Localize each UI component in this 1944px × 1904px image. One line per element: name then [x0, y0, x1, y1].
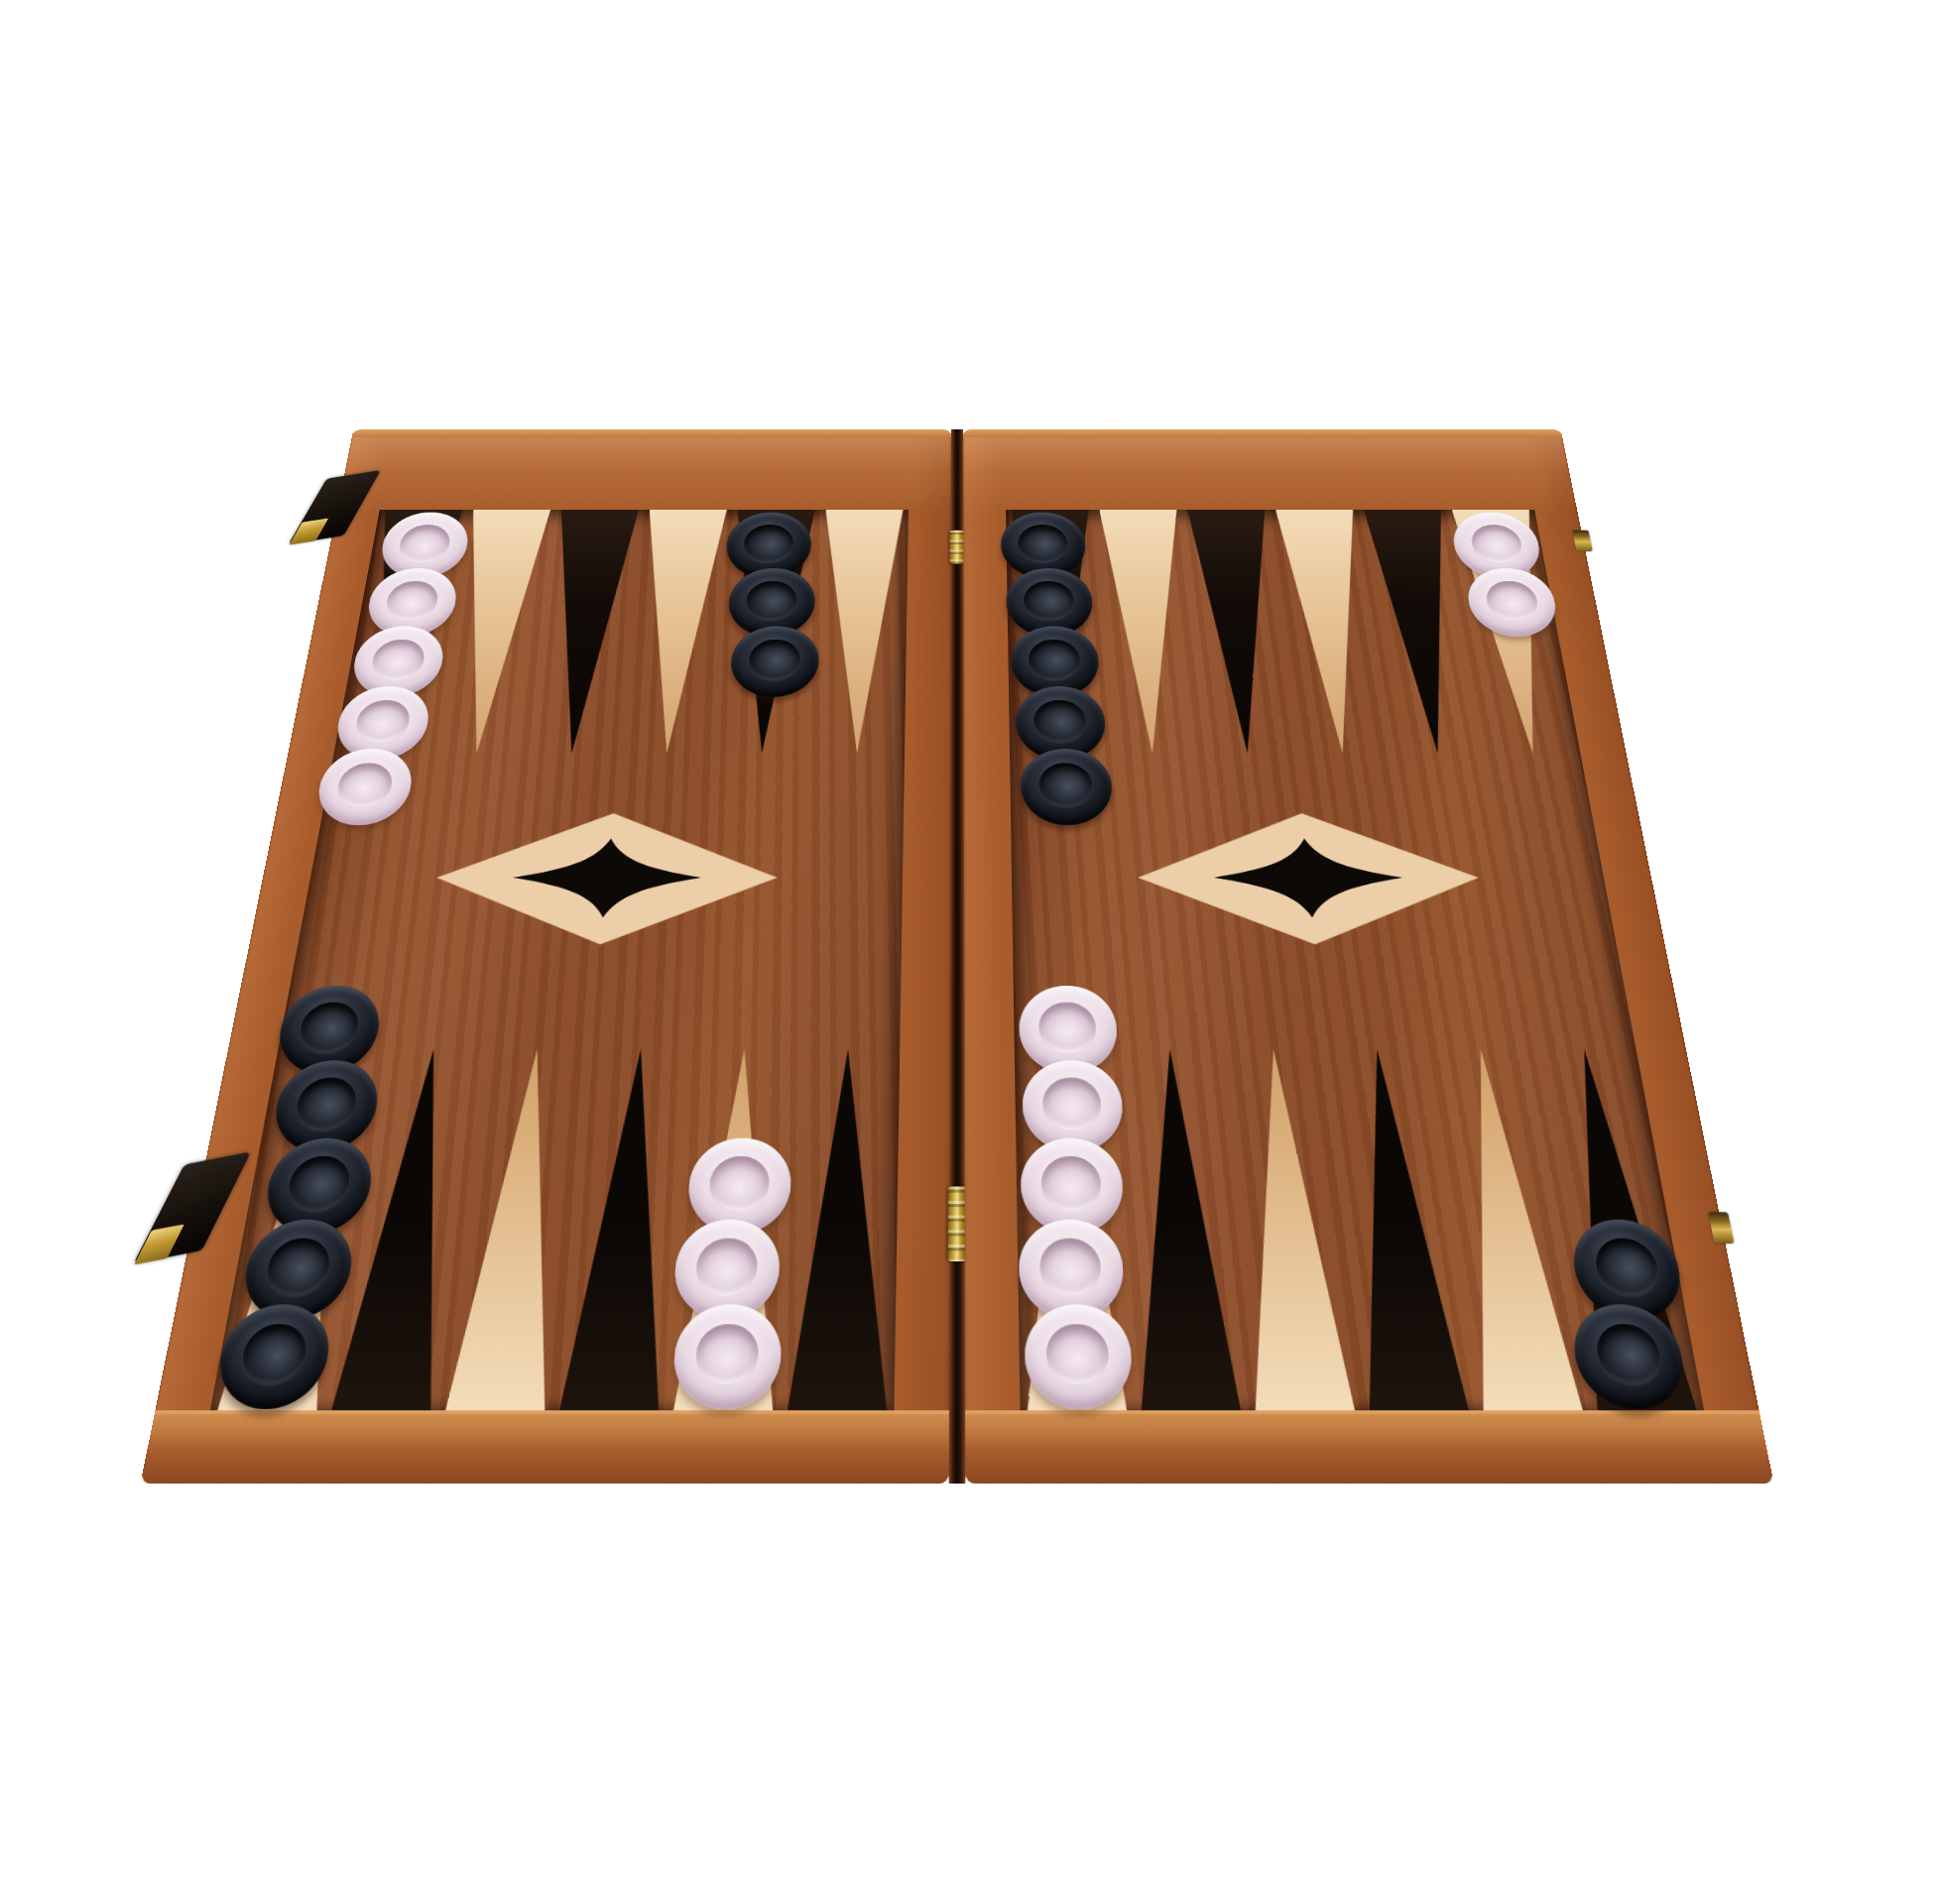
checker-glyph: ○: [1024, 1304, 1133, 1409]
checker-white-point-6[interactable]: ○: [1024, 1304, 1133, 1409]
right-catch-upper-icon: [1572, 531, 1592, 551]
left-checkers-layer: ○○○○○●●●●●●●●○○○: [209, 510, 909, 1414]
checker-glyph: ○: [312, 749, 417, 825]
board-half-right: ●●●●●○○○○○○○●●: [963, 429, 1773, 1484]
brass-plate-icon: [134, 1224, 184, 1264]
brass-hinge-lower: [948, 1186, 967, 1261]
checker-glyph: ●: [1020, 749, 1113, 825]
checker-white-point-8[interactable]: ○: [670, 1304, 783, 1409]
checker-black-point-17[interactable]: ●: [729, 626, 820, 696]
checker-black-point-1[interactable]: ●: [1567, 1304, 1691, 1409]
left-playing-field: ○○○○○●●●●●●●●○○○: [209, 510, 909, 1414]
checker-glyph: ○: [1464, 568, 1562, 637]
checker-white-point-24[interactable]: ○: [1464, 568, 1562, 637]
checker-glyph: ●: [1567, 1304, 1691, 1409]
checker-black-point-12[interactable]: ●: [211, 1304, 336, 1409]
right-playing-field: ●●●●●○○○○○○○●●: [1006, 510, 1705, 1414]
brass-plate-icon: [289, 518, 328, 544]
checker-white-point-13[interactable]: ○: [312, 749, 417, 825]
checker-glyph: ○: [670, 1304, 783, 1409]
backgammon-board: ○○○○○●●●●●●●●○○○ ●●●●●○○○○○○○●●: [140, 429, 1773, 1484]
checker-glyph: ●: [729, 626, 820, 696]
board-half-left: ○○○○○●●●●●●●●○○○: [140, 429, 950, 1484]
checker-glyph: ●: [211, 1304, 336, 1409]
right-checkers-layer: ●●●●●○○○○○○○●●: [1006, 510, 1705, 1414]
product-photo-stage: ○○○○○●●●●●●●●○○○ ●●●●●○○○○○○○●●: [0, 0, 1944, 1904]
checker-black-point-19[interactable]: ●: [1020, 749, 1113, 825]
